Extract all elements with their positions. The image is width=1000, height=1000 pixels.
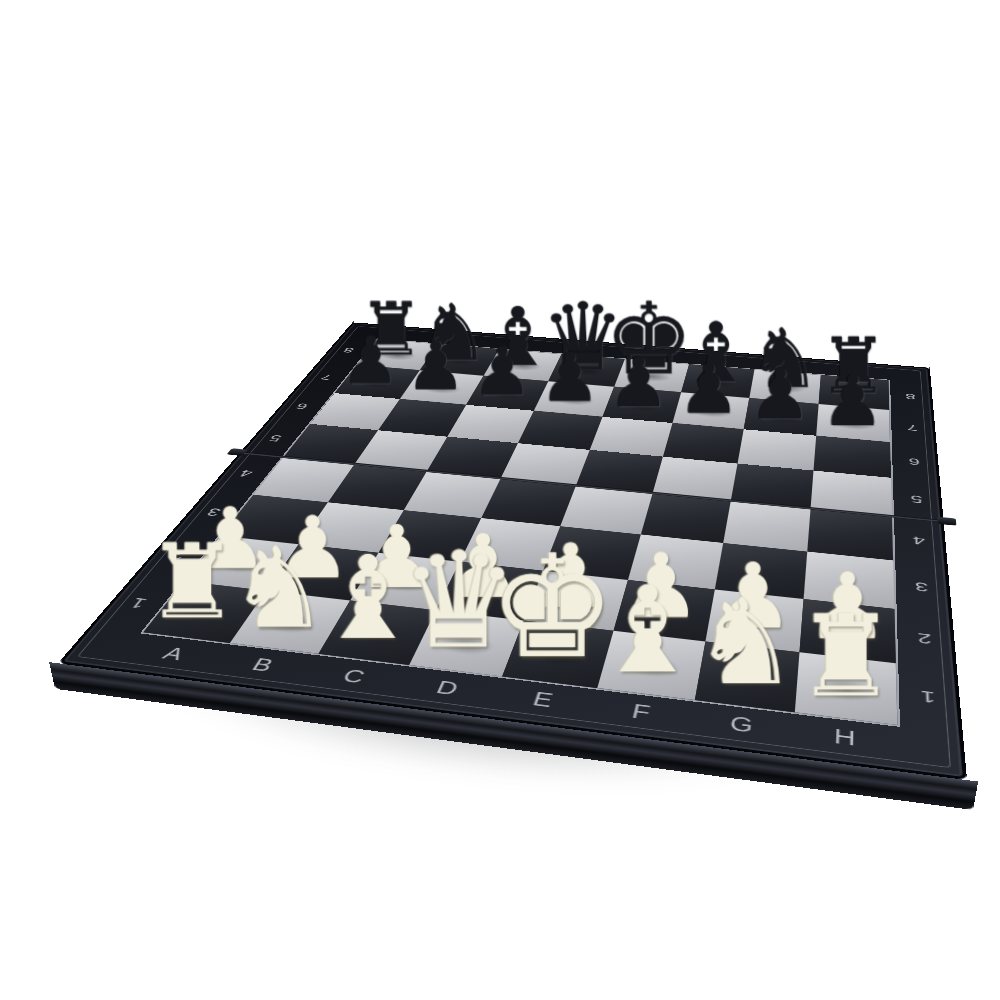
rank-label-right-1: 1 [904,664,953,732]
black-pawn-glyph: ♟ [341,331,400,392]
black-pawn-glyph: ♟ [472,341,532,403]
rank-label-right-8: 8 [894,381,927,413]
white-rook-glyph: ♜ [796,606,897,709]
rank-label-right-2: 2 [902,610,948,670]
black-pawn-glyph: ♟ [406,336,466,397]
square-e6 [590,417,673,457]
board-perspective-wrapper: ♜♞♝♛♚♝♞♜♟♟♟♟♟♟♟♟♟♟♟♟♟♟♟♟♜♞♝♛♚♝♞♜ ABCDEFG… [205,118,945,858]
rank-label-right-5: 5 [898,478,937,521]
white-knight-glyph: ♞ [229,537,329,640]
rank-label-right-4: 4 [899,518,940,566]
square-f1: ♝ [597,631,705,700]
piece-white-rook: ♜ [795,652,898,725]
white-rook-glyph: ♜ [146,534,239,629]
rank-label-right-7: 7 [895,410,930,445]
square-f6 [663,423,744,464]
black-pawn-glyph: ♟ [540,347,601,409]
square-g1: ♞ [695,641,800,712]
chess-set-product-photo: ♜♞♝♛♚♝♞♜♟♟♟♟♟♟♟♟♟♟♟♟♟♟♟♟♜♞♝♛♚♝♞♜ ABCDEFG… [0,0,1000,1000]
black-pawn-glyph: ♟ [749,363,811,427]
rank-label-right-3: 3 [901,561,944,614]
fold-hinge-right [937,517,956,526]
square-h1: ♜ [795,652,898,725]
rank-labels-right: 12345678 [894,381,953,732]
piece-white-knight: ♞ [695,641,800,712]
piece-white-bishop: ♝ [597,631,705,700]
black-pawn-glyph: ♟ [822,369,885,434]
rank-label-right-6: 6 [897,443,934,482]
black-pawn-glyph: ♟ [678,358,740,422]
white-knight-glyph: ♞ [693,588,799,697]
square-h6 [814,436,891,478]
white-bishop-glyph: ♝ [594,575,701,685]
black-pawn-glyph: ♟ [608,352,669,415]
